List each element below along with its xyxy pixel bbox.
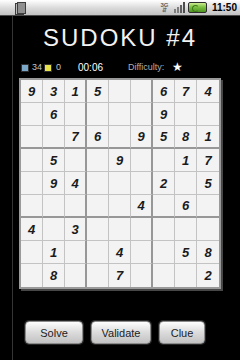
sudoku-cell-r2c4[interactable] bbox=[87, 103, 109, 126]
sudoku-cell-r5c8[interactable] bbox=[175, 172, 197, 195]
sudoku-cell-r8c7[interactable] bbox=[153, 241, 175, 264]
mobile-data-arrows-icon: ⇵ bbox=[162, 8, 167, 13]
sudoku-cell-r8c3[interactable] bbox=[65, 241, 87, 264]
sudoku-cell-r6c7[interactable] bbox=[153, 195, 175, 218]
error-count: 0 bbox=[56, 62, 61, 72]
sudoku-cell-r9c1[interactable] bbox=[21, 264, 43, 287]
sudoku-cell-r9c3[interactable] bbox=[65, 264, 87, 287]
sudoku-cell-r9c6[interactable] bbox=[131, 264, 153, 287]
sudoku-cell-r7c2[interactable] bbox=[43, 218, 65, 241]
sudoku-cell-r9c9[interactable]: 2 bbox=[197, 264, 219, 287]
sudoku-cell-r3c5[interactable] bbox=[109, 126, 131, 149]
sudoku-board: 9315674697695815917942546431458872 bbox=[19, 78, 221, 289]
sudoku-cell-r1c9[interactable]: 4 bbox=[197, 80, 219, 103]
battery-icon bbox=[188, 2, 207, 13]
sudoku-cell-r8c4[interactable] bbox=[87, 241, 109, 264]
sudoku-cell-r7c1[interactable]: 4 bbox=[21, 218, 43, 241]
sudoku-cell-r2c5[interactable] bbox=[109, 103, 131, 126]
sudoku-cell-r2c8[interactable] bbox=[175, 103, 197, 126]
sudoku-cell-r8c2[interactable]: 1 bbox=[43, 241, 65, 264]
sudoku-cell-r3c1[interactable] bbox=[21, 126, 43, 149]
sudoku-cell-r6c5[interactable] bbox=[109, 195, 131, 218]
sudoku-cell-r7c4[interactable] bbox=[87, 218, 109, 241]
sudoku-cell-r1c6[interactable] bbox=[131, 80, 153, 103]
sudoku-cell-r1c2[interactable]: 3 bbox=[43, 80, 65, 103]
sudoku-cell-r7c7[interactable] bbox=[153, 218, 175, 241]
sudoku-cell-r8c6[interactable] bbox=[131, 241, 153, 264]
timer: 00:06 bbox=[78, 62, 103, 73]
sudoku-cell-r6c4[interactable] bbox=[87, 195, 109, 218]
sudoku-cell-r8c8[interactable]: 5 bbox=[175, 241, 197, 264]
status-time: 11:50 bbox=[212, 2, 237, 13]
sudoku-cell-r6c9[interactable] bbox=[197, 195, 219, 218]
sudoku-cell-r6c2[interactable] bbox=[43, 195, 65, 218]
sudoku-cell-r8c5[interactable]: 4 bbox=[109, 241, 131, 264]
sudoku-cell-r4c8[interactable]: 1 bbox=[175, 149, 197, 172]
sudoku-cell-r3c7[interactable]: 5 bbox=[153, 126, 175, 149]
sudoku-cell-r4c4[interactable] bbox=[87, 149, 109, 172]
sudoku-cell-r2c9[interactable] bbox=[197, 103, 219, 126]
sudoku-cell-r9c8[interactable] bbox=[175, 264, 197, 287]
signal-strength-icon bbox=[174, 2, 185, 13]
validate-button[interactable]: Validate bbox=[91, 321, 151, 344]
sudoku-cell-r2c3[interactable] bbox=[65, 103, 87, 126]
mobile-data-3g-icon: 3G ⇵ bbox=[158, 2, 171, 14]
left-frame-line bbox=[12, 16, 13, 360]
page-title: SUDOKU #4 bbox=[0, 24, 240, 52]
sudoku-cell-r6c8[interactable]: 6 bbox=[175, 195, 197, 218]
sudoku-cell-r1c7[interactable]: 6 bbox=[153, 80, 175, 103]
remaining-count-swatch bbox=[21, 64, 29, 72]
sudoku-cell-r4c6[interactable] bbox=[131, 149, 153, 172]
sudoku-cell-r4c1[interactable] bbox=[21, 149, 43, 172]
status-bar-right: 3G ⇵ 11:50 bbox=[158, 2, 237, 14]
sudoku-cell-r6c3[interactable] bbox=[65, 195, 87, 218]
sudoku-cell-r1c4[interactable]: 5 bbox=[87, 80, 109, 103]
sudoku-cell-r7c8[interactable] bbox=[175, 218, 197, 241]
sudoku-cell-r3c2[interactable] bbox=[43, 126, 65, 149]
sudoku-cell-r2c1[interactable] bbox=[21, 103, 43, 126]
sudoku-cell-r6c1[interactable] bbox=[21, 195, 43, 218]
sudoku-cell-r5c3[interactable]: 4 bbox=[65, 172, 87, 195]
sudoku-cell-r2c6[interactable] bbox=[131, 103, 153, 126]
sudoku-cell-r9c2[interactable]: 8 bbox=[43, 264, 65, 287]
sudoku-cell-r9c7[interactable] bbox=[153, 264, 175, 287]
sudoku-cell-r4c5[interactable]: 9 bbox=[109, 149, 131, 172]
sudoku-cell-r4c9[interactable]: 7 bbox=[197, 149, 219, 172]
sudoku-cell-r1c1[interactable]: 9 bbox=[21, 80, 43, 103]
sudoku-cell-r8c1[interactable] bbox=[21, 241, 43, 264]
sudoku-cell-r2c7[interactable]: 9 bbox=[153, 103, 175, 126]
sudoku-cell-r1c5[interactable] bbox=[109, 80, 131, 103]
sudoku-cell-r4c2[interactable]: 5 bbox=[43, 149, 65, 172]
sudoku-cell-r9c4[interactable] bbox=[87, 264, 109, 287]
sudoku-cell-r5c9[interactable]: 5 bbox=[197, 172, 219, 195]
difficulty-label: Difficulty: bbox=[128, 62, 164, 72]
sudoku-cell-r5c7[interactable]: 2 bbox=[153, 172, 175, 195]
solve-button[interactable]: Solve bbox=[25, 321, 83, 344]
status-bar: 3G ⇵ 11:50 bbox=[0, 0, 240, 16]
clue-button[interactable]: Clue bbox=[159, 321, 205, 344]
remaining-count: 34 bbox=[32, 62, 42, 72]
sudoku-cell-r3c6[interactable]: 9 bbox=[131, 126, 153, 149]
sudoku-cell-r1c8[interactable]: 7 bbox=[175, 80, 197, 103]
sudoku-cell-r9c5[interactable]: 7 bbox=[109, 264, 131, 287]
info-bar: 34 0 00:06 Difficulty: ★ bbox=[0, 61, 240, 76]
difficulty-star-icon: ★ bbox=[172, 60, 183, 74]
sudoku-cell-r7c3[interactable]: 3 bbox=[65, 218, 87, 241]
error-count-swatch bbox=[44, 64, 52, 72]
sudoku-cell-r7c6[interactable] bbox=[131, 218, 153, 241]
sudoku-cell-r5c6[interactable] bbox=[131, 172, 153, 195]
sudoku-cell-r3c9[interactable]: 1 bbox=[197, 126, 219, 149]
sudoku-cell-r3c3[interactable]: 7 bbox=[65, 126, 87, 149]
sudoku-cell-r5c4[interactable] bbox=[87, 172, 109, 195]
sudoku-cell-r3c8[interactable]: 8 bbox=[175, 126, 197, 149]
sudoku-cell-r7c5[interactable] bbox=[109, 218, 131, 241]
sd-card-icon bbox=[15, 2, 25, 14]
sudoku-cell-r8c9[interactable]: 8 bbox=[197, 241, 219, 264]
sudoku-cell-r2c2[interactable]: 6 bbox=[43, 103, 65, 126]
sudoku-cell-r4c7[interactable] bbox=[153, 149, 175, 172]
sudoku-cell-r3c4[interactable]: 6 bbox=[87, 126, 109, 149]
screen: 3G ⇵ 11:50 SUDOKU #4 34 0 00:06 Difficul… bbox=[0, 0, 240, 360]
sudoku-cell-r1c3[interactable]: 1 bbox=[65, 80, 87, 103]
sudoku-cell-r5c5[interactable] bbox=[109, 172, 131, 195]
sudoku-cell-r4c3[interactable] bbox=[65, 149, 87, 172]
sudoku-cell-r6c6[interactable]: 4 bbox=[131, 195, 153, 218]
sudoku-cell-r5c2[interactable]: 9 bbox=[43, 172, 65, 195]
sudoku-cell-r7c9[interactable] bbox=[197, 218, 219, 241]
sudoku-cell-r5c1[interactable] bbox=[21, 172, 43, 195]
